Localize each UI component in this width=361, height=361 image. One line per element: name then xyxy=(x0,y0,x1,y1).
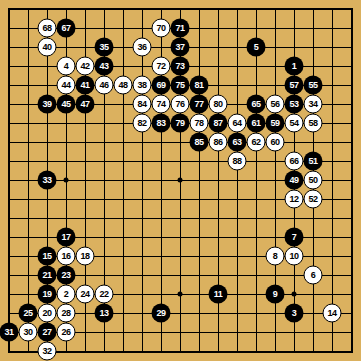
stone-white-34: 34 xyxy=(304,95,323,114)
stone-white-38: 38 xyxy=(133,76,152,95)
stone-white-68: 68 xyxy=(38,19,57,38)
stone-white-16: 16 xyxy=(57,247,76,266)
stone-white-28: 28 xyxy=(57,304,76,323)
stone-white-58: 58 xyxy=(304,114,323,133)
stone-black-49: 49 xyxy=(285,171,304,190)
stone-white-50: 50 xyxy=(304,171,323,190)
stone-white-42: 42 xyxy=(76,57,95,76)
stone-white-52: 52 xyxy=(304,190,323,209)
stone-black-65: 65 xyxy=(247,95,266,114)
stone-black-29: 29 xyxy=(152,304,171,323)
stone-black-83: 83 xyxy=(152,114,171,133)
stone-black-25: 25 xyxy=(19,304,38,323)
stone-white-72: 72 xyxy=(152,57,171,76)
stone-black-53: 53 xyxy=(285,95,304,114)
stone-white-46: 46 xyxy=(95,76,114,95)
stone-black-17: 17 xyxy=(57,228,76,247)
stone-white-24: 24 xyxy=(76,285,95,304)
stone-black-85: 85 xyxy=(190,133,209,152)
stone-white-22: 22 xyxy=(95,285,114,304)
grid-hline xyxy=(9,218,352,219)
grid-vline xyxy=(256,9,257,352)
stone-black-11: 11 xyxy=(209,285,228,304)
stone-white-64: 64 xyxy=(228,114,247,133)
stone-black-13: 13 xyxy=(95,304,114,323)
stone-white-80: 80 xyxy=(209,95,228,114)
stone-white-84: 84 xyxy=(133,95,152,114)
stone-black-19: 19 xyxy=(38,285,57,304)
stone-white-86: 86 xyxy=(209,133,228,152)
stone-black-77: 77 xyxy=(190,95,209,114)
stone-black-31: 31 xyxy=(0,323,19,342)
stone-black-75: 75 xyxy=(171,76,190,95)
stone-white-32: 32 xyxy=(38,342,57,361)
stone-white-14: 14 xyxy=(323,304,342,323)
stone-white-60: 60 xyxy=(266,133,285,152)
stone-white-40: 40 xyxy=(38,38,57,57)
stone-black-59: 59 xyxy=(266,114,285,133)
stone-white-2: 2 xyxy=(57,285,76,304)
stone-white-36: 36 xyxy=(133,38,152,57)
stone-black-67: 67 xyxy=(57,19,76,38)
stone-black-15: 15 xyxy=(38,247,57,266)
stone-black-39: 39 xyxy=(38,95,57,114)
stone-white-10: 10 xyxy=(285,247,304,266)
stone-white-88: 88 xyxy=(228,152,247,171)
stone-black-87: 87 xyxy=(209,114,228,133)
star-point xyxy=(64,178,69,183)
grid-vline xyxy=(237,9,238,352)
stone-black-43: 43 xyxy=(95,57,114,76)
stone-white-66: 66 xyxy=(285,152,304,171)
stone-white-30: 30 xyxy=(19,323,38,342)
stone-white-70: 70 xyxy=(152,19,171,38)
stone-white-6: 6 xyxy=(304,266,323,285)
stone-black-63: 63 xyxy=(228,133,247,152)
stone-black-69: 69 xyxy=(152,76,171,95)
stone-black-37: 37 xyxy=(171,38,190,57)
stone-white-48: 48 xyxy=(114,76,133,95)
stone-black-61: 61 xyxy=(247,114,266,133)
stone-black-73: 73 xyxy=(171,57,190,76)
stone-white-74: 74 xyxy=(152,95,171,114)
stone-black-57: 57 xyxy=(285,76,304,95)
stone-black-55: 55 xyxy=(304,76,323,95)
stone-white-78: 78 xyxy=(190,114,209,133)
stone-white-44: 44 xyxy=(57,76,76,95)
stone-white-18: 18 xyxy=(76,247,95,266)
stone-white-54: 54 xyxy=(285,114,304,133)
go-board: 1234567891011121314151617181920212223242… xyxy=(0,0,361,361)
stone-white-76: 76 xyxy=(171,95,190,114)
star-point xyxy=(178,178,183,183)
stone-black-51: 51 xyxy=(304,152,323,171)
stone-black-21: 21 xyxy=(38,266,57,285)
stone-black-81: 81 xyxy=(190,76,209,95)
stone-black-7: 7 xyxy=(285,228,304,247)
stone-black-79: 79 xyxy=(171,114,190,133)
stone-black-27: 27 xyxy=(38,323,57,342)
stone-white-26: 26 xyxy=(57,323,76,342)
stone-white-8: 8 xyxy=(266,247,285,266)
stone-white-82: 82 xyxy=(133,114,152,133)
stone-black-41: 41 xyxy=(76,76,95,95)
stone-black-33: 33 xyxy=(38,171,57,190)
grid-vline xyxy=(332,9,333,352)
stone-white-4: 4 xyxy=(57,57,76,76)
stone-black-3: 3 xyxy=(285,304,304,323)
stone-black-35: 35 xyxy=(95,38,114,57)
grid-vline xyxy=(199,9,200,352)
stone-black-1: 1 xyxy=(285,57,304,76)
stone-black-45: 45 xyxy=(57,95,76,114)
star-point xyxy=(292,292,297,297)
stone-black-5: 5 xyxy=(247,38,266,57)
stone-white-62: 62 xyxy=(247,133,266,152)
stone-black-9: 9 xyxy=(266,285,285,304)
stone-white-20: 20 xyxy=(38,304,57,323)
stone-black-47: 47 xyxy=(76,95,95,114)
star-point xyxy=(178,292,183,297)
stone-white-56: 56 xyxy=(266,95,285,114)
stone-black-23: 23 xyxy=(57,266,76,285)
stone-black-71: 71 xyxy=(171,19,190,38)
stone-white-12: 12 xyxy=(285,190,304,209)
